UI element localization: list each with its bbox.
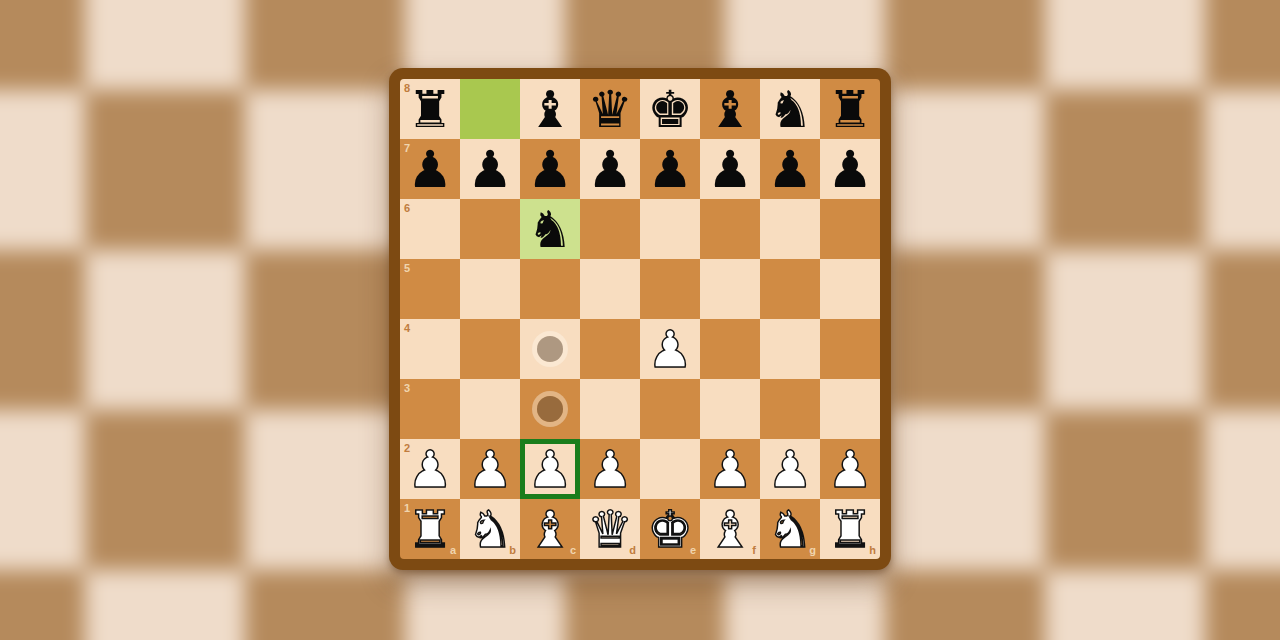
piece-white-pawn-e4[interactable]: ♟ [640, 319, 700, 379]
square-f4[interactable] [700, 319, 760, 379]
square-c8[interactable]: ♝ [520, 79, 580, 139]
square-b3[interactable] [460, 379, 520, 439]
square-f5[interactable] [700, 259, 760, 319]
square-d4[interactable] [580, 319, 640, 379]
square-b6[interactable] [460, 199, 520, 259]
piece-black-queen-d8[interactable]: ♛ [580, 79, 640, 139]
square-h6[interactable] [820, 199, 880, 259]
piece-black-king-e8[interactable]: ♚ [640, 79, 700, 139]
square-c1[interactable]: c♝ [520, 499, 580, 559]
piece-black-pawn-d7[interactable]: ♟ [580, 139, 640, 199]
piece-black-knight-c6[interactable]: ♞ [520, 199, 580, 259]
square-a2[interactable]: 2♟ [400, 439, 460, 499]
square-e7[interactable]: ♟ [640, 139, 700, 199]
square-a3[interactable]: 3 [400, 379, 460, 439]
square-g8[interactable]: ♞ [760, 79, 820, 139]
square-d5[interactable] [580, 259, 640, 319]
square-e4[interactable]: ♟ [640, 319, 700, 379]
square-a4[interactable]: 4 [400, 319, 460, 379]
piece-white-pawn-f2[interactable]: ♟ [700, 439, 760, 499]
piece-white-queen-d1[interactable]: ♛ [580, 499, 640, 559]
piece-black-bishop-c8[interactable]: ♝ [520, 79, 580, 139]
page: 8♜♝♛♚♝♞♜7♟♟♟♟♟♟♟♟6♞54♟32♟♟♟♟♟♟♟1a♜b♞c♝d♛… [0, 0, 1280, 640]
square-d8[interactable]: ♛ [580, 79, 640, 139]
square-d2[interactable]: ♟ [580, 439, 640, 499]
piece-white-pawn-h2[interactable]: ♟ [820, 439, 880, 499]
piece-black-pawn-e7[interactable]: ♟ [640, 139, 700, 199]
piece-black-pawn-h7[interactable]: ♟ [820, 139, 880, 199]
square-e8[interactable]: ♚ [640, 79, 700, 139]
square-h4[interactable] [820, 319, 880, 379]
piece-black-pawn-c7[interactable]: ♟ [520, 139, 580, 199]
piece-black-pawn-b7[interactable]: ♟ [460, 139, 520, 199]
piece-black-rook-h8[interactable]: ♜ [820, 79, 880, 139]
square-g3[interactable] [760, 379, 820, 439]
square-c7[interactable]: ♟ [520, 139, 580, 199]
square-e5[interactable] [640, 259, 700, 319]
square-e1[interactable]: e♚ [640, 499, 700, 559]
piece-white-pawn-a2[interactable]: ♟ [400, 439, 460, 499]
square-f1[interactable]: f♝ [700, 499, 760, 559]
rank-label-6: 6 [404, 203, 410, 214]
piece-white-pawn-d2[interactable]: ♟ [580, 439, 640, 499]
square-b4[interactable] [460, 319, 520, 379]
square-h7[interactable]: ♟ [820, 139, 880, 199]
square-b7[interactable]: ♟ [460, 139, 520, 199]
rank-label-5: 5 [404, 263, 410, 274]
piece-white-pawn-c2[interactable]: ♟ [520, 439, 580, 499]
piece-white-rook-h1[interactable]: ♜ [820, 499, 880, 559]
square-e2[interactable] [640, 439, 700, 499]
piece-black-bishop-f8[interactable]: ♝ [700, 79, 760, 139]
piece-white-pawn-g2[interactable]: ♟ [760, 439, 820, 499]
square-a5[interactable]: 5 [400, 259, 460, 319]
chess-board-frame: 8♜♝♛♚♝♞♜7♟♟♟♟♟♟♟♟6♞54♟32♟♟♟♟♟♟♟1a♜b♞c♝d♛… [389, 68, 891, 570]
square-c6[interactable]: ♞ [520, 199, 580, 259]
square-g6[interactable] [760, 199, 820, 259]
square-g4[interactable] [760, 319, 820, 379]
square-g7[interactable]: ♟ [760, 139, 820, 199]
square-f8[interactable]: ♝ [700, 79, 760, 139]
square-e6[interactable] [640, 199, 700, 259]
square-f3[interactable] [700, 379, 760, 439]
piece-white-pawn-b2[interactable]: ♟ [460, 439, 520, 499]
square-b1[interactable]: b♞ [460, 499, 520, 559]
square-a1[interactable]: 1a♜ [400, 499, 460, 559]
piece-black-pawn-a7[interactable]: ♟ [400, 139, 460, 199]
piece-white-bishop-c1[interactable]: ♝ [520, 499, 580, 559]
move-hint-dot-c4[interactable] [537, 336, 563, 362]
square-c2[interactable]: ♟ [520, 439, 580, 499]
square-h8[interactable]: ♜ [820, 79, 880, 139]
square-d3[interactable] [580, 379, 640, 439]
square-b2[interactable]: ♟ [460, 439, 520, 499]
square-h5[interactable] [820, 259, 880, 319]
square-f2[interactable]: ♟ [700, 439, 760, 499]
square-g2[interactable]: ♟ [760, 439, 820, 499]
square-a8[interactable]: 8♜ [400, 79, 460, 139]
piece-white-knight-g1[interactable]: ♞ [760, 499, 820, 559]
square-a6[interactable]: 6 [400, 199, 460, 259]
square-b5[interactable] [460, 259, 520, 319]
square-c3[interactable] [520, 379, 580, 439]
square-h3[interactable] [820, 379, 880, 439]
move-hint-dot-c3[interactable] [537, 396, 563, 422]
piece-white-rook-a1[interactable]: ♜ [400, 499, 460, 559]
square-d6[interactable] [580, 199, 640, 259]
square-d1[interactable]: d♛ [580, 499, 640, 559]
square-c4[interactable] [520, 319, 580, 379]
square-d7[interactable]: ♟ [580, 139, 640, 199]
square-a7[interactable]: 7♟ [400, 139, 460, 199]
piece-white-knight-b1[interactable]: ♞ [460, 499, 520, 559]
piece-black-pawn-g7[interactable]: ♟ [760, 139, 820, 199]
rank-label-4: 4 [404, 323, 410, 334]
piece-white-bishop-f1[interactable]: ♝ [700, 499, 760, 559]
piece-white-king-e1[interactable]: ♚ [640, 499, 700, 559]
square-h1[interactable]: h♜ [820, 499, 880, 559]
square-g1[interactable]: g♞ [760, 499, 820, 559]
square-f7[interactable]: ♟ [700, 139, 760, 199]
rank-label-3: 3 [404, 383, 410, 394]
square-c5[interactable] [520, 259, 580, 319]
piece-black-pawn-f7[interactable]: ♟ [700, 139, 760, 199]
square-g5[interactable] [760, 259, 820, 319]
piece-black-knight-g8[interactable]: ♞ [760, 79, 820, 139]
piece-black-rook-a8[interactable]: ♜ [400, 79, 460, 139]
square-e3[interactable] [640, 379, 700, 439]
square-h2[interactable]: ♟ [820, 439, 880, 499]
square-b8[interactable] [460, 79, 520, 139]
chess-board[interactable]: 8♜♝♛♚♝♞♜7♟♟♟♟♟♟♟♟6♞54♟32♟♟♟♟♟♟♟1a♜b♞c♝d♛… [400, 79, 880, 559]
square-f6[interactable] [700, 199, 760, 259]
